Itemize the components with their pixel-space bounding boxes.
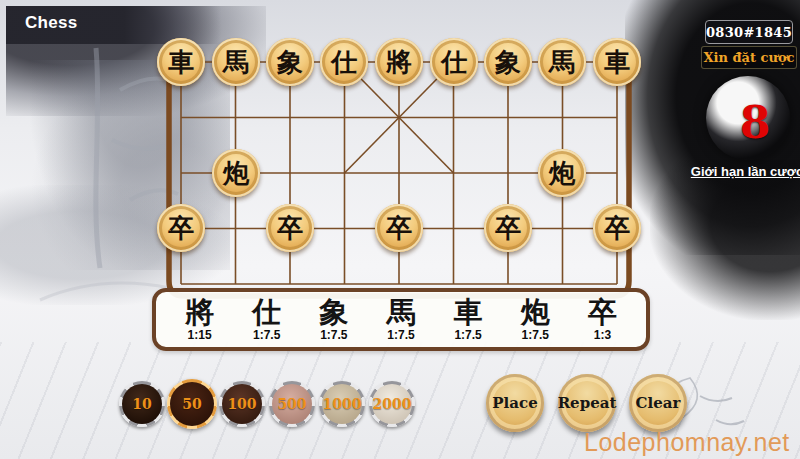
- watermark: Lodephomnay.net: [584, 428, 790, 457]
- chip-1000[interactable]: 1000: [319, 381, 365, 427]
- page-title: Chess: [25, 13, 78, 33]
- game-screen: Chess 車 馬 象 仕 將 仕 象 馬 車 炮 炮 卒: [0, 0, 800, 459]
- xiangqi-piece-soldier: 卒: [593, 204, 641, 252]
- chip-10[interactable]: 10: [119, 381, 165, 427]
- chip-2000[interactable]: 2000: [369, 381, 415, 427]
- bet-option-advisor[interactable]: 仕 1:7.5: [237, 297, 297, 342]
- xiangqi-piece-soldier: 卒: [484, 204, 532, 252]
- odds-label: 1:7.5: [454, 328, 481, 342]
- repeat-button[interactable]: Repeat: [558, 374, 616, 432]
- xiangqi-piece-soldier: 卒: [266, 204, 314, 252]
- xiangqi-piece-elephant: 象: [266, 38, 314, 86]
- bet-limit-link[interactable]: Giới hạn lần cược: [688, 164, 800, 179]
- odds-label: 1:7.5: [320, 328, 347, 342]
- chip-50-selected[interactable]: 50: [167, 379, 217, 429]
- xiangqi-piece-soldier: 卒: [375, 204, 423, 252]
- xiangqi-piece-chariot: 車: [157, 38, 205, 86]
- chip-tray: 10 50 100 500 1000 2000: [119, 381, 415, 427]
- bet-option-chariot[interactable]: 車 1:7.5: [438, 297, 498, 342]
- chip-100[interactable]: 100: [219, 381, 265, 427]
- bet-option-soldier[interactable]: 卒 1:3: [572, 297, 632, 342]
- background-art: [650, 160, 800, 320]
- xiangqi-piece-horse: 馬: [538, 38, 586, 86]
- place-button[interactable]: Place: [486, 374, 544, 432]
- bet-option-general[interactable]: 將 1:15: [170, 297, 230, 342]
- xiangqi-piece-horse: 馬: [212, 38, 260, 86]
- xiangqi-piece-advisor: 仕: [320, 38, 368, 86]
- clear-button[interactable]: Clear: [629, 374, 687, 432]
- bet-option-cannon[interactable]: 炮 1:7.5: [505, 297, 565, 342]
- countdown-timer: 8: [706, 76, 790, 160]
- odds-label: 1:15: [188, 328, 212, 342]
- bet-status-message: Xin đặt cược: [701, 46, 797, 69]
- session-id-badge: 0830#1845: [705, 20, 793, 44]
- xiangqi-piece-cannon: 炮: [212, 149, 260, 197]
- bet-option-horse[interactable]: 馬 1:7.5: [371, 297, 431, 342]
- odds-label: 1:7.5: [522, 328, 549, 342]
- xiangqi-piece-cannon: 炮: [538, 149, 586, 197]
- bet-panel: 將 1:15 仕 1:7.5 象 1:7.5 馬 1:7.5 車 1:7.5 炮…: [152, 288, 650, 351]
- xiangqi-piece-chariot: 車: [593, 38, 641, 86]
- xiangqi-piece-advisor: 仕: [430, 38, 478, 86]
- odds-label: 1:7.5: [253, 328, 280, 342]
- xiangqi-piece-general: 將: [375, 38, 423, 86]
- odds-label: 1:3: [594, 328, 611, 342]
- xiangqi-piece-elephant: 象: [484, 38, 532, 86]
- bet-option-elephant[interactable]: 象 1:7.5: [304, 297, 364, 342]
- odds-label: 1:7.5: [387, 328, 414, 342]
- xiangqi-piece-soldier: 卒: [157, 204, 205, 252]
- chip-500[interactable]: 500: [269, 381, 315, 427]
